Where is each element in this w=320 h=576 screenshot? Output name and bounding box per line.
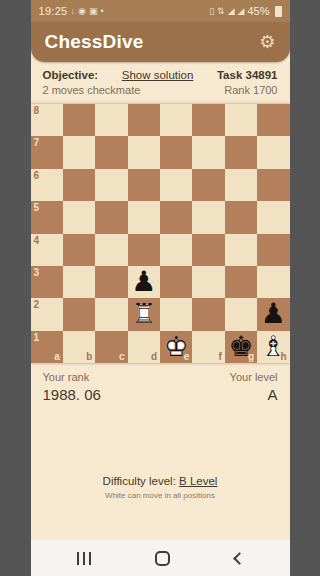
square-h7[interactable] <box>257 136 289 168</box>
objective-label: Objective: <box>43 69 99 81</box>
recents-button[interactable] <box>77 552 91 565</box>
signal-icon: ◢ <box>228 7 235 16</box>
square-f4[interactable] <box>192 234 224 266</box>
square-a7[interactable]: 7 <box>31 136 63 168</box>
square-e5[interactable] <box>160 201 192 233</box>
square-b2[interactable] <box>63 298 95 330</box>
square-e4[interactable] <box>160 234 192 266</box>
download-icon: ↓ <box>71 7 76 16</box>
square-b5[interactable] <box>63 201 95 233</box>
rank-label-6: 6 <box>34 171 40 181</box>
square-f6[interactable] <box>192 169 224 201</box>
rank-label-8: 8 <box>34 106 40 116</box>
square-c2[interactable] <box>95 298 127 330</box>
square-d7[interactable] <box>128 136 160 168</box>
file-label-d: d <box>151 352 157 362</box>
black-king[interactable]: ♚ <box>225 331 257 363</box>
square-h2[interactable]: ♟ <box>257 298 289 330</box>
square-c1[interactable]: c <box>95 331 127 363</box>
square-c8[interactable] <box>95 104 127 136</box>
square-a5[interactable]: 5 <box>31 201 63 233</box>
square-b7[interactable] <box>63 136 95 168</box>
your-level-label: Your level <box>230 371 278 383</box>
square-g6[interactable] <box>225 169 257 201</box>
white-rook[interactable]: ♜♖ <box>128 298 160 330</box>
square-a8[interactable]: 8 <box>31 104 63 136</box>
square-b1[interactable]: b <box>63 331 95 363</box>
difficulty-note: White can move in all positions <box>105 491 215 500</box>
stats-panel: Your rank 1988. 06 Your level A <box>31 363 290 409</box>
square-f3[interactable] <box>192 266 224 298</box>
white-bishop[interactable]: ♝♗ <box>257 331 289 363</box>
square-g5[interactable] <box>225 201 257 233</box>
square-g3[interactable] <box>225 266 257 298</box>
square-e6[interactable] <box>160 169 192 201</box>
square-a2[interactable]: 2 <box>31 298 63 330</box>
dot-icon: • <box>100 7 103 16</box>
file-label-c: c <box>119 352 125 362</box>
battery-icon <box>275 6 282 17</box>
difficulty-level-link[interactable]: B Level <box>179 475 217 487</box>
rank-label-4: 4 <box>34 236 40 246</box>
show-solution-link[interactable]: Show solution <box>98 69 217 81</box>
status-bar: 19:25 ↓ ◉ ▣ • ▯ ⇅ ◢ ◢ 45% <box>31 0 290 22</box>
your-rank-label: Your rank <box>43 371 101 383</box>
square-f1[interactable]: f <box>192 331 224 363</box>
objective-description: 2 moves checkmate <box>43 84 141 96</box>
square-c5[interactable] <box>95 201 127 233</box>
difficulty-row: Difficulty level: B Level <box>103 475 218 487</box>
square-d5[interactable] <box>128 201 160 233</box>
square-h8[interactable] <box>257 104 289 136</box>
square-e1[interactable]: e♚♔ <box>160 331 192 363</box>
square-d6[interactable] <box>128 169 160 201</box>
image-icon: ▣ <box>89 7 98 16</box>
signal-icon: ◢ <box>238 7 245 16</box>
square-g1[interactable]: g♚ <box>225 331 257 363</box>
white-king[interactable]: ♚♔ <box>160 331 192 363</box>
rank-label-3: 3 <box>34 268 40 278</box>
rank-label-5: 5 <box>34 203 40 213</box>
objective-panel: Objective: Show solution Task 34891 2 mo… <box>31 62 290 104</box>
square-c4[interactable] <box>95 234 127 266</box>
difficulty-label: Difficulty level: <box>103 475 179 487</box>
phone-screen: 19:25 ↓ ◉ ▣ • ▯ ⇅ ◢ ◢ 45% ChessDive ⚙ Ob… <box>31 0 290 576</box>
black-pawn[interactable]: ♟ <box>128 266 160 298</box>
rank-label-7: 7 <box>34 138 40 148</box>
android-navbar <box>31 540 290 576</box>
file-label-a: a <box>54 352 60 362</box>
square-f5[interactable] <box>192 201 224 233</box>
your-rank-value: 1988. 06 <box>43 386 101 403</box>
square-g8[interactable] <box>225 104 257 136</box>
square-a3[interactable]: 3 <box>31 266 63 298</box>
square-e3[interactable] <box>160 266 192 298</box>
your-level-value: A <box>230 386 278 403</box>
square-g4[interactable] <box>225 234 257 266</box>
square-d3[interactable]: ♟ <box>128 266 160 298</box>
square-e8[interactable] <box>160 104 192 136</box>
black-pawn[interactable]: ♟ <box>257 298 289 330</box>
square-h6[interactable] <box>257 169 289 201</box>
square-h3[interactable] <box>257 266 289 298</box>
square-a4[interactable]: 4 <box>31 234 63 266</box>
square-c3[interactable] <box>95 266 127 298</box>
clock: 19:25 <box>39 5 68 17</box>
footer-area: Difficulty level: B Level White can move… <box>31 409 290 540</box>
square-b6[interactable] <box>63 169 95 201</box>
task-rank: Rank 1700 <box>224 84 277 96</box>
square-g2[interactable] <box>225 298 257 330</box>
square-e7[interactable] <box>160 136 192 168</box>
square-b4[interactable] <box>63 234 95 266</box>
square-b8[interactable] <box>63 104 95 136</box>
square-f2[interactable] <box>192 298 224 330</box>
square-f8[interactable] <box>192 104 224 136</box>
square-d4[interactable] <box>128 234 160 266</box>
square-h1[interactable]: h♝♗ <box>257 331 289 363</box>
square-d1[interactable]: d <box>128 331 160 363</box>
battery-percent: 45% <box>247 5 269 17</box>
square-d8[interactable] <box>128 104 160 136</box>
square-h4[interactable] <box>257 234 289 266</box>
square-e2[interactable] <box>160 298 192 330</box>
rank-label-2: 2 <box>34 300 40 310</box>
file-label-f: f <box>218 352 221 362</box>
square-c6[interactable] <box>95 169 127 201</box>
back-button[interactable] <box>233 552 246 565</box>
square-a6[interactable]: 6 <box>31 169 63 201</box>
square-f7[interactable] <box>192 136 224 168</box>
sim-icon: ▯ <box>209 7 214 16</box>
home-button[interactable] <box>155 551 170 566</box>
rank-label-1: 1 <box>34 333 40 343</box>
task-number: Task 34891 <box>217 69 278 81</box>
gear-icon[interactable]: ⚙ <box>259 33 275 51</box>
chess-board: 876543♟2♜♖♟1abcde♚♔fg♚h♝♗ <box>31 104 290 363</box>
square-a1[interactable]: 1a <box>31 331 63 363</box>
square-d2[interactable]: ♜♖ <box>128 298 160 330</box>
square-b3[interactable] <box>63 266 95 298</box>
app-title: ChessDive <box>45 31 144 53</box>
data-arrows-icon: ⇅ <box>217 7 225 16</box>
circle-icon: ◉ <box>78 7 86 16</box>
square-c7[interactable] <box>95 136 127 168</box>
square-g7[interactable] <box>225 136 257 168</box>
app-header: ChessDive ⚙ <box>31 22 290 62</box>
file-label-b: b <box>86 352 92 362</box>
square-h5[interactable] <box>257 201 289 233</box>
